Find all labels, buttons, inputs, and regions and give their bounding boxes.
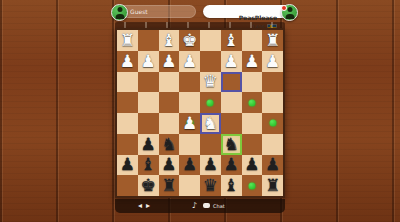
square-h1[interactable]: ♜: [117, 30, 138, 51]
black-pawn-b7[interactable]: ♟: [244, 156, 259, 173]
square-c3[interactable]: [221, 72, 242, 93]
square-g8[interactable]: ♚: [138, 175, 159, 196]
white-king-e1[interactable]: ♚: [182, 32, 197, 49]
square-g1[interactable]: [138, 30, 159, 51]
move-forward-icon[interactable]: ▸: [146, 199, 150, 213]
square-d3[interactable]: ♛: [200, 72, 221, 93]
bottom-toolbar: ◂ ▸ ♪ Chat: [115, 199, 285, 213]
square-a4[interactable]: [262, 92, 283, 113]
square-a2[interactable]: ♟: [262, 51, 283, 72]
square-e4[interactable]: [179, 92, 200, 113]
square-f7[interactable]: ♟: [159, 155, 180, 176]
white-bishop-c1[interactable]: ♝: [224, 32, 239, 49]
black-player-name: PeasPlease: [239, 14, 277, 21]
square-c5[interactable]: [221, 113, 242, 134]
square-f1[interactable]: ♝: [159, 30, 180, 51]
avatar-torso: [115, 14, 124, 19]
white-pawn-h2[interactable]: ♟: [120, 53, 135, 70]
square-b8[interactable]: [242, 175, 263, 196]
black-pawn-a7[interactable]: ♟: [265, 156, 280, 173]
white-pawn-b2[interactable]: ♟: [244, 53, 259, 70]
legal-move-dot: [207, 99, 214, 106]
square-h4[interactable]: [117, 92, 138, 113]
black-knight-f6[interactable]: ♞: [161, 136, 176, 153]
white-knight-d5[interactable]: ♞: [203, 115, 218, 132]
square-b6[interactable]: [242, 134, 263, 155]
square-h3[interactable]: [117, 72, 138, 93]
square-e2[interactable]: ♟: [179, 51, 200, 72]
legal-move-dot: [248, 99, 255, 106]
square-a1[interactable]: ♜: [262, 30, 283, 51]
black-queen-d8[interactable]: ♛: [203, 177, 218, 194]
black-player-avatar-icon: [281, 4, 298, 21]
black-pawn-f7[interactable]: ♟: [161, 156, 176, 173]
square-b5[interactable]: [242, 113, 263, 134]
square-d5[interactable]: ♞: [200, 113, 221, 134]
player-panel-black[interactable]: PeasPlease 1406: [203, 5, 295, 18]
square-c4[interactable]: [221, 92, 242, 113]
chat-bubble-icon: [203, 203, 210, 208]
player-panel-white[interactable]: Guest: [113, 5, 196, 18]
square-e5[interactable]: ♟: [179, 113, 200, 134]
square-c7[interactable]: ♟: [221, 155, 242, 176]
square-g3[interactable]: [138, 72, 159, 93]
white-pawn-a2[interactable]: ♟: [265, 53, 280, 70]
square-e8[interactable]: [179, 175, 200, 196]
app-window: Guest PeasPlease 1406 ♜♝♚♝♜♟♟♟♟♟♟♟♛♟♞♟♞♞…: [0, 0, 400, 222]
white-rook-h1[interactable]: ♜: [120, 32, 135, 49]
square-h2[interactable]: ♟: [117, 51, 138, 72]
square-g6[interactable]: ♟: [138, 134, 159, 155]
square-b4[interactable]: [242, 92, 263, 113]
white-player-avatar-icon: [111, 4, 128, 21]
square-b2[interactable]: ♟: [242, 51, 263, 72]
legal-move-dot: [269, 120, 276, 127]
white-pawn-f2[interactable]: ♟: [161, 53, 176, 70]
chess-board: ♜♝♚♝♜♟♟♟♟♟♟♟♛♟♞♟♞♞♟♝♟♟♟♟♟♟♚♜♛♝♜: [115, 28, 285, 198]
square-d6[interactable]: [200, 134, 221, 155]
avatar-torso: [285, 14, 294, 19]
square-f2[interactable]: ♟: [159, 51, 180, 72]
square-h6[interactable]: [117, 134, 138, 155]
square-a8[interactable]: ♜: [262, 175, 283, 196]
square-b3[interactable]: [242, 72, 263, 93]
black-pawn-c7[interactable]: ♟: [224, 156, 239, 173]
square-g4[interactable]: [138, 92, 159, 113]
square-f6[interactable]: ♞: [159, 134, 180, 155]
square-f8[interactable]: ♜: [159, 175, 180, 196]
square-f3[interactable]: [159, 72, 180, 93]
square-f5[interactable]: [159, 113, 180, 134]
square-a3[interactable]: [262, 72, 283, 93]
square-c6[interactable]: ♞: [221, 134, 242, 155]
square-a7[interactable]: ♟: [262, 155, 283, 176]
square-c2[interactable]: ♟: [221, 51, 242, 72]
black-bishop-c8[interactable]: ♝: [224, 177, 239, 194]
avatar-head: [287, 7, 292, 12]
square-h8[interactable]: [117, 175, 138, 196]
status-dot: [281, 5, 287, 11]
square-h7[interactable]: ♟: [117, 155, 138, 176]
white-bishop-f1[interactable]: ♝: [161, 32, 176, 49]
square-f4[interactable]: [159, 92, 180, 113]
square-h5[interactable]: [117, 113, 138, 134]
square-g2[interactable]: ♟: [138, 51, 159, 72]
sound-icon[interactable]: ♪: [192, 199, 197, 213]
chat-button-label: Chat: [213, 199, 225, 213]
black-rook-f8[interactable]: ♜: [161, 177, 176, 194]
square-d7[interactable]: ♟: [200, 155, 221, 176]
square-a5[interactable]: [262, 113, 283, 134]
white-pawn-e2[interactable]: ♟: [182, 53, 197, 70]
square-d8[interactable]: ♛: [200, 175, 221, 196]
square-e1[interactable]: ♚: [179, 30, 200, 51]
square-a6[interactable]: [262, 134, 283, 155]
square-e3[interactable]: [179, 72, 200, 93]
board-grid: ♜♝♚♝♜♟♟♟♟♟♟♟♛♟♞♟♞♞♟♝♟♟♟♟♟♟♚♜♛♝♜: [117, 30, 283, 196]
square-d2[interactable]: [200, 51, 221, 72]
black-pawn-h7[interactable]: ♟: [120, 156, 135, 173]
white-queen-d3[interactable]: ♛: [203, 73, 218, 90]
black-pawn-d7[interactable]: ♟: [203, 156, 218, 173]
avatar-head: [117, 7, 122, 12]
black-rook-a8[interactable]: ♜: [265, 177, 280, 194]
white-pawn-g2[interactable]: ♟: [141, 53, 156, 70]
move-back-icon[interactable]: ◂: [138, 199, 142, 213]
legal-move-dot: [248, 182, 255, 189]
square-g7[interactable]: ♝: [138, 155, 159, 176]
square-c1[interactable]: ♝: [221, 30, 242, 51]
black-pawn-g6[interactable]: ♟: [141, 136, 156, 153]
square-b1[interactable]: [242, 30, 263, 51]
black-king-g8[interactable]: ♚: [141, 177, 156, 194]
black-pawn-e7[interactable]: ♟: [182, 156, 197, 173]
white-pawn-e5[interactable]: ♟: [182, 115, 197, 132]
square-g5[interactable]: [138, 113, 159, 134]
black-bishop-g7[interactable]: ♝: [141, 156, 156, 173]
square-e6[interactable]: [179, 134, 200, 155]
square-d1[interactable]: [200, 30, 221, 51]
square-d4[interactable]: [200, 92, 221, 113]
white-pawn-c2[interactable]: ♟: [224, 53, 239, 70]
square-b7[interactable]: ♟: [242, 155, 263, 176]
square-e7[interactable]: ♟: [179, 155, 200, 176]
white-rook-a1[interactable]: ♜: [265, 32, 280, 49]
black-knight-c6[interactable]: ♞: [224, 136, 239, 153]
square-c8[interactable]: ♝: [221, 175, 242, 196]
